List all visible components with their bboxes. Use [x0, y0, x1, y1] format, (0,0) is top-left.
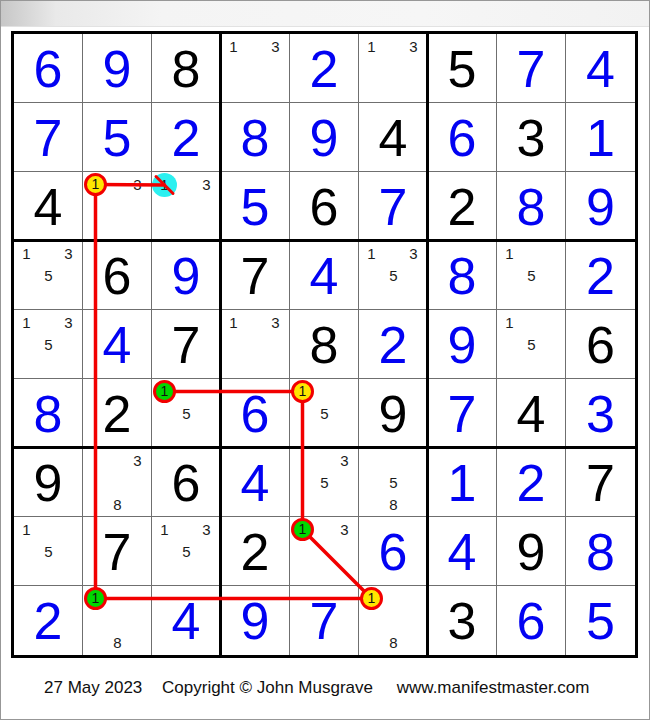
box-divider-vertical-1	[219, 34, 222, 655]
pencil-mark: 5	[523, 335, 540, 354]
pencil-mark: 3	[129, 175, 146, 194]
solved-digit: 4	[152, 586, 220, 655]
pencil-mark: 5	[316, 473, 333, 492]
pencil-mark: 3	[405, 37, 422, 56]
cell-r6c6[interactable]: 9	[359, 379, 428, 448]
cell-r3c4[interactable]: 5	[221, 172, 290, 241]
given-digit: 9	[359, 379, 427, 447]
cell-r8c2[interactable]: 7	[83, 517, 152, 586]
solved-digit: 4	[290, 241, 358, 309]
cell-r1c4[interactable]: 13	[221, 34, 290, 103]
solved-digit: 7	[428, 379, 496, 447]
solved-digit: 7	[497, 34, 565, 102]
chain-node-yellow: 1	[291, 380, 314, 403]
cell-r9c4[interactable]: 9	[221, 586, 290, 655]
cell-r8c8[interactable]: 9	[497, 517, 566, 586]
cell-r1c1[interactable]: 6	[14, 34, 83, 103]
given-digit: 9	[14, 448, 82, 516]
pencil-mark: 3	[267, 313, 284, 332]
solved-digit: 9	[83, 34, 151, 102]
cell-r8c4[interactable]: 2	[221, 517, 290, 586]
cell-r4c4[interactable]: 7	[221, 241, 290, 310]
cell-r2c9[interactable]: 1	[566, 103, 635, 172]
given-digit: 6	[290, 172, 358, 240]
cell-r6c2[interactable]: 2	[83, 379, 152, 448]
title-bar	[1, 1, 649, 27]
box-divider-horizontal-1	[14, 239, 635, 242]
cell-r5c9[interactable]: 6	[566, 310, 635, 379]
pencil-mark: 5	[523, 266, 540, 285]
cell-r1c7[interactable]: 5	[428, 34, 497, 103]
solved-digit: 9	[221, 586, 289, 655]
cell-r9c8[interactable]: 6	[497, 586, 566, 655]
cell-r2c7[interactable]: 6	[428, 103, 497, 172]
pencil-mark: 1	[18, 244, 35, 263]
given-digit: 6	[83, 241, 151, 309]
cell-r6c1[interactable]: 8	[14, 379, 83, 448]
chain-node-green: 1	[153, 380, 176, 403]
cell-r2c4[interactable]: 8	[221, 103, 290, 172]
given-digit: 3	[428, 586, 496, 655]
cell-r3c9[interactable]: 9	[566, 172, 635, 241]
given-digit: 6	[152, 448, 220, 516]
given-digit: 8	[152, 34, 220, 102]
cell-r7c1[interactable]: 9	[14, 448, 83, 517]
box-divider-vertical-2	[426, 34, 429, 655]
cell-r5c7[interactable]: 9	[428, 310, 497, 379]
cell-r3c5[interactable]: 6	[290, 172, 359, 241]
solved-digit: 5	[221, 172, 289, 240]
cell-r4c3[interactable]: 9	[152, 241, 221, 310]
solved-digit: 6	[428, 103, 496, 171]
given-digit: 2	[428, 172, 496, 240]
pencil-mark: 1	[363, 37, 380, 56]
cell-r2c8[interactable]: 3	[497, 103, 566, 172]
pencil-mark: 8	[385, 633, 402, 652]
cell-r3c3[interactable]: 31	[152, 172, 221, 241]
solved-digit: 9	[428, 310, 496, 378]
solved-digit: 2	[152, 103, 220, 171]
solved-digit: 7	[290, 586, 358, 655]
cell-r2c5[interactable]: 9	[290, 103, 359, 172]
cell-r2c1[interactable]: 7	[14, 103, 83, 172]
given-digit: 7	[221, 241, 289, 309]
pencil-mark: 5	[385, 266, 402, 285]
chain-node-yellow: 1	[360, 587, 383, 610]
box-divider-horizontal-2	[14, 446, 635, 449]
pencil-mark: 5	[316, 404, 333, 423]
cell-r5c1[interactable]: 135	[14, 310, 83, 379]
pencil-mark: 1	[18, 520, 35, 539]
cell-r1c8[interactable]: 7	[497, 34, 566, 103]
cell-r2c2[interactable]: 5	[83, 103, 152, 172]
cell-r8c3[interactable]: 135	[152, 517, 221, 586]
cell-r5c4[interactable]: 13	[221, 310, 290, 379]
given-digit: 4	[359, 103, 427, 171]
solved-digit: 6	[359, 517, 427, 585]
cell-r3c8[interactable]: 8	[497, 172, 566, 241]
cell-r3c7[interactable]: 2	[428, 172, 497, 241]
cell-r7c7[interactable]: 1	[428, 448, 497, 517]
pencil-mark: 1	[363, 244, 380, 263]
pencil-mark: 1	[156, 520, 173, 539]
pencil-mark: 3	[336, 520, 353, 539]
given-digit: 2	[83, 379, 151, 447]
cell-r9c7[interactable]: 3	[428, 586, 497, 655]
cell-r8c7[interactable]: 4	[428, 517, 497, 586]
pencil-mark: 3	[60, 244, 77, 263]
solved-digit: 6	[14, 34, 82, 102]
solved-digit: 7	[359, 172, 427, 240]
solved-digit: 4	[428, 517, 496, 585]
cell-r8c1[interactable]: 15	[14, 517, 83, 586]
cell-r4c8[interactable]: 15	[497, 241, 566, 310]
solved-digit: 8	[566, 517, 635, 585]
cell-r6c7[interactable]: 7	[428, 379, 497, 448]
cell-r6c5[interactable]: 51	[290, 379, 359, 448]
cell-r5c5[interactable]: 8	[290, 310, 359, 379]
footer-website: www.manifestmaster.com	[397, 678, 590, 697]
pencil-mark: 1	[501, 244, 518, 263]
cell-r7c6[interactable]: 58	[359, 448, 428, 517]
solved-digit: 8	[428, 241, 496, 309]
pencil-mark: 3	[129, 451, 146, 470]
solved-digit: 4	[221, 448, 289, 516]
solved-digit: 9	[152, 241, 220, 309]
solved-digit: 1	[428, 448, 496, 516]
pencil-mark: 1	[225, 37, 242, 56]
given-digit: 8	[290, 310, 358, 378]
cell-r5c6[interactable]: 2	[359, 310, 428, 379]
cell-r4c9[interactable]: 2	[566, 241, 635, 310]
cell-r1c5[interactable]: 2	[290, 34, 359, 103]
cell-r4c5[interactable]: 4	[290, 241, 359, 310]
footer-date: 27 May 2023	[44, 678, 142, 697]
cell-r9c9[interactable]: 5	[566, 586, 635, 655]
given-digit: 7	[566, 448, 635, 516]
solved-digit: 2	[290, 34, 358, 102]
solved-digit: 8	[14, 379, 82, 447]
cell-r5c2[interactable]: 4	[83, 310, 152, 379]
pencil-mark: 8	[385, 495, 402, 514]
given-digit: 7	[83, 517, 151, 585]
given-digit: 7	[152, 310, 220, 378]
chain-node-green: 1	[291, 518, 314, 541]
elimination-highlight: 1	[152, 173, 177, 197]
solved-digit: 9	[566, 172, 635, 240]
solved-digit: 2	[497, 448, 565, 516]
pencil-mark: 3	[267, 37, 284, 56]
cell-r6c3[interactable]: 51	[152, 379, 221, 448]
solved-digit: 1	[566, 103, 635, 171]
cell-r9c2[interactable]: 81	[83, 586, 152, 655]
solved-digit: 7	[14, 103, 82, 171]
chain-node-green: 1	[84, 587, 107, 610]
cell-r7c9[interactable]: 7	[566, 448, 635, 517]
pencil-mark: 5	[178, 542, 195, 561]
cell-r3c2[interactable]: 31	[83, 172, 152, 241]
solved-digit: 2	[566, 241, 635, 309]
cell-r9c5[interactable]: 7	[290, 586, 359, 655]
cell-r7c4[interactable]: 4	[221, 448, 290, 517]
pencil-mark: 3	[405, 244, 422, 263]
footer-copyright: Copyright © John Musgrave	[162, 678, 373, 697]
footer-caption: 27 May 2023 Copyright © John Musgrave ww…	[44, 678, 589, 698]
solved-digit: 5	[83, 103, 151, 171]
sudoku-board: 6981321357475289463143131567289135697413…	[11, 31, 638, 658]
pencil-mark: 3	[198, 520, 215, 539]
cell-r2c6[interactable]: 4	[359, 103, 428, 172]
cell-r7c2[interactable]: 38	[83, 448, 152, 517]
pencil-mark: 3	[198, 175, 215, 194]
cell-r4c7[interactable]: 8	[428, 241, 497, 310]
cell-r7c8[interactable]: 2	[497, 448, 566, 517]
pencil-mark: 5	[385, 473, 402, 492]
given-digit: 9	[497, 517, 565, 585]
given-digit: 3	[497, 103, 565, 171]
solved-digit: 4	[566, 34, 635, 102]
cell-r5c8[interactable]: 15	[497, 310, 566, 379]
cell-r3c1[interactable]: 4	[14, 172, 83, 241]
solved-digit: 5	[566, 586, 635, 655]
chain-node-yellow: 1	[84, 173, 107, 196]
cell-r5c3[interactable]: 7	[152, 310, 221, 379]
cell-r4c2[interactable]: 6	[83, 241, 152, 310]
pencil-mark: 3	[336, 451, 353, 470]
pencil-mark: 5	[178, 404, 195, 423]
cell-r2c3[interactable]: 2	[152, 103, 221, 172]
cell-r1c3[interactable]: 8	[152, 34, 221, 103]
pencil-mark: 5	[40, 542, 57, 561]
solved-digit: 6	[497, 586, 565, 655]
cell-r9c1[interactable]: 2	[14, 586, 83, 655]
solved-digit: 8	[497, 172, 565, 240]
cell-r3c6[interactable]: 7	[359, 172, 428, 241]
cell-r7c3[interactable]: 6	[152, 448, 221, 517]
cell-r8c6[interactable]: 6	[359, 517, 428, 586]
solved-digit: 6	[221, 379, 289, 447]
pencil-mark: 8	[109, 495, 126, 514]
pencil-mark: 1	[501, 313, 518, 332]
cell-r6c4[interactable]: 6	[221, 379, 290, 448]
cell-r6c9[interactable]: 3	[566, 379, 635, 448]
pencil-mark: 5	[40, 266, 57, 285]
pencil-mark: 8	[109, 633, 126, 652]
solved-digit: 9	[290, 103, 358, 171]
solved-digit: 3	[566, 379, 635, 447]
cell-r8c5[interactable]: 31	[290, 517, 359, 586]
cell-r9c6[interactable]: 81	[359, 586, 428, 655]
given-digit: 2	[221, 517, 289, 585]
cell-r7c5[interactable]: 35	[290, 448, 359, 517]
pencil-mark: 3	[60, 313, 77, 332]
given-digit: 6	[566, 310, 635, 378]
pencil-mark: 5	[40, 335, 57, 354]
given-digit: 4	[497, 379, 565, 447]
cell-r1c9[interactable]: 4	[566, 34, 635, 103]
solved-digit: 2	[14, 586, 82, 655]
cell-r1c6[interactable]: 13	[359, 34, 428, 103]
solved-digit: 2	[359, 310, 427, 378]
cell-r6c8[interactable]: 4	[497, 379, 566, 448]
cell-r1c2[interactable]: 9	[83, 34, 152, 103]
solved-digit: 4	[83, 310, 151, 378]
given-digit: 4	[14, 172, 82, 240]
pencil-mark: 1	[18, 313, 35, 332]
given-digit: 5	[428, 34, 496, 102]
cell-r4c6[interactable]: 135	[359, 241, 428, 310]
pencil-mark: 1	[225, 313, 242, 332]
solved-digit: 8	[221, 103, 289, 171]
cell-r9c3[interactable]: 4	[152, 586, 221, 655]
cell-r8c9[interactable]: 8	[566, 517, 635, 586]
cell-r4c1[interactable]: 135	[14, 241, 83, 310]
